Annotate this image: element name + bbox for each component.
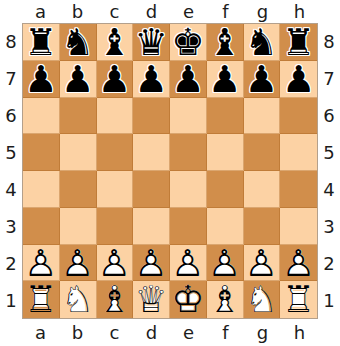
file-label-d: d [133,0,170,23]
rank-label-7: 7 [318,60,340,97]
square-c4[interactable] [97,171,134,208]
chess-board-diagram: abcdefgh 87654321 ♜♞♝♛♚♝♞♜♟♟♟♟♟♟♟♟♟♙♟♙♟♙… [0,0,340,346]
piece-black-pawn[interactable]: ♟ [60,61,96,97]
square-b8[interactable]: ♞ [60,24,97,61]
square-h7[interactable]: ♟ [280,61,317,98]
square-f7[interactable]: ♟ [207,61,244,98]
piece-black-pawn[interactable]: ♟ [244,61,280,97]
square-a3[interactable] [23,208,60,245]
piece-white-pawn[interactable]: ♟♙ [170,245,206,281]
rank-labels-right: 87654321 [318,23,340,319]
rank-label-1: 1 [0,282,22,319]
square-a7[interactable]: ♟ [23,61,60,98]
square-h6[interactable] [280,98,317,135]
square-f3[interactable] [207,208,244,245]
rank-label-4: 4 [318,171,340,208]
square-d4[interactable] [133,171,170,208]
square-f8[interactable]: ♝ [207,24,244,61]
piece-white-rook[interactable]: ♜♖ [280,281,317,318]
square-h2[interactable]: ♟♙ [280,245,317,282]
piece-white-pawn[interactable]: ♟♙ [280,245,317,281]
square-c7[interactable]: ♟ [97,61,134,98]
chess-board: ♜♞♝♛♚♝♞♜♟♟♟♟♟♟♟♟♟♙♟♙♟♙♟♙♟♙♟♙♟♙♟♙♜♖♞♘♝♗♛♕… [22,23,318,319]
file-label-b: b [59,0,96,23]
rank-label-6: 6 [318,97,340,134]
piece-white-pawn[interactable]: ♟♙ [60,245,96,281]
square-g4[interactable] [244,171,281,208]
square-c1[interactable]: ♝♗ [97,281,134,318]
square-b3[interactable] [60,208,97,245]
rank-label-2: 2 [318,245,340,282]
square-d2[interactable]: ♟♙ [133,245,170,282]
square-d5[interactable] [133,134,170,171]
rank-label-8: 8 [0,23,22,60]
rank-label-3: 3 [318,208,340,245]
piece-black-pawn[interactable]: ♟ [23,61,59,97]
square-a2[interactable]: ♟♙ [23,245,60,282]
square-g3[interactable] [244,208,281,245]
piece-black-queen[interactable]: ♛ [133,24,169,60]
square-h3[interactable] [280,208,317,245]
square-h4[interactable] [280,171,317,208]
piece-white-bishop[interactable]: ♝♗ [207,281,243,318]
square-a1[interactable]: ♜♖ [23,281,60,318]
piece-black-king[interactable]: ♚ [170,24,206,60]
piece-black-pawn[interactable]: ♟ [170,61,206,97]
square-g8[interactable]: ♞ [244,24,281,61]
piece-white-pawn[interactable]: ♟♙ [207,245,243,281]
square-e3[interactable] [170,208,207,245]
square-c3[interactable] [97,208,134,245]
piece-white-knight[interactable]: ♞♘ [60,281,96,318]
piece-black-bishop[interactable]: ♝ [97,24,133,60]
rank-label-5: 5 [0,134,22,171]
square-d7[interactable]: ♟ [133,61,170,98]
square-f5[interactable] [207,134,244,171]
square-g1[interactable]: ♞♘ [244,281,281,318]
piece-white-pawn[interactable]: ♟♙ [23,245,59,281]
square-e5[interactable] [170,134,207,171]
square-f1[interactable]: ♝♗ [207,281,244,318]
square-g6[interactable] [244,98,281,135]
square-a5[interactable] [23,134,60,171]
piece-white-rook[interactable]: ♜♖ [23,281,59,318]
piece-black-pawn[interactable]: ♟ [97,61,133,97]
file-label-c: c [96,0,133,23]
file-label-g: g [244,320,281,346]
piece-black-pawn[interactable]: ♟ [280,61,317,97]
piece-white-bishop[interactable]: ♝♗ [97,281,133,318]
rank-label-3: 3 [0,208,22,245]
file-label-h: h [281,0,318,23]
piece-black-knight[interactable]: ♞ [60,24,96,60]
square-g5[interactable] [244,134,281,171]
file-label-g: g [244,0,281,23]
square-d6[interactable] [133,98,170,135]
square-g2[interactable]: ♟♙ [244,245,281,282]
rank-label-2: 2 [0,245,22,282]
square-f2[interactable]: ♟♙ [207,245,244,282]
square-b1[interactable]: ♞♘ [60,281,97,318]
square-e8[interactable]: ♚ [170,24,207,61]
square-g7[interactable]: ♟ [244,61,281,98]
rank-label-4: 4 [0,171,22,208]
rank-labels-left: 87654321 [0,23,22,319]
file-label-f: f [207,0,244,23]
square-b2[interactable]: ♟♙ [60,245,97,282]
file-label-c: c [96,320,133,346]
square-c6[interactable] [97,98,134,135]
square-b6[interactable] [60,98,97,135]
piece-white-pawn[interactable]: ♟♙ [97,245,133,281]
square-b4[interactable] [60,171,97,208]
square-a6[interactable] [23,98,60,135]
file-label-a: a [22,320,59,346]
square-b5[interactable] [60,134,97,171]
square-e7[interactable]: ♟ [170,61,207,98]
piece-black-rook[interactable]: ♜ [280,24,317,60]
piece-white-queen[interactable]: ♛♕ [133,281,169,318]
file-label-a: a [22,0,59,23]
piece-white-pawn[interactable]: ♟♙ [133,245,169,281]
square-b7[interactable]: ♟ [60,61,97,98]
square-d3[interactable] [133,208,170,245]
file-label-d: d [133,320,170,346]
square-e2[interactable]: ♟♙ [170,245,207,282]
square-f4[interactable] [207,171,244,208]
rank-label-5: 5 [318,134,340,171]
square-h8[interactable]: ♜ [280,24,317,61]
rank-label-6: 6 [0,97,22,134]
piece-black-pawn[interactable]: ♟ [133,61,169,97]
square-d1[interactable]: ♛♕ [133,281,170,318]
rank-label-1: 1 [318,282,340,319]
piece-black-rook[interactable]: ♜ [23,24,59,60]
square-a4[interactable] [23,171,60,208]
file-label-h: h [281,320,318,346]
square-c5[interactable] [97,134,134,171]
rank-label-7: 7 [0,60,22,97]
file-label-e: e [170,320,207,346]
file-label-e: e [170,0,207,23]
square-c8[interactable]: ♝ [97,24,134,61]
piece-white-knight[interactable]: ♞♘ [244,281,280,318]
square-e4[interactable] [170,171,207,208]
square-h5[interactable] [280,134,317,171]
square-c2[interactable]: ♟♙ [97,245,134,282]
piece-white-king[interactable]: ♚♔ [170,281,206,318]
square-d8[interactable]: ♛ [133,24,170,61]
piece-black-pawn[interactable]: ♟ [207,61,243,97]
square-f6[interactable] [207,98,244,135]
file-label-f: f [207,320,244,346]
piece-white-pawn[interactable]: ♟♙ [244,245,280,281]
piece-black-knight[interactable]: ♞ [244,24,280,60]
square-e6[interactable] [170,98,207,135]
square-e1[interactable]: ♚♔ [170,281,207,318]
square-h1[interactable]: ♜♖ [280,281,317,318]
file-labels-bottom: abcdefgh [22,320,318,346]
rank-label-8: 8 [318,23,340,60]
file-labels-top: abcdefgh [22,0,318,23]
piece-black-bishop[interactable]: ♝ [207,24,243,60]
file-label-b: b [59,320,96,346]
square-a8[interactable]: ♜ [23,24,60,61]
